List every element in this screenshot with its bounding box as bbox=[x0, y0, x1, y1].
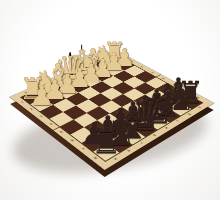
rank-label-left-6: 6 bbox=[70, 139, 75, 142]
rank-label-left-4: 4 bbox=[49, 123, 54, 126]
rank-label-right-4: 4 bbox=[151, 72, 155, 74]
piece-white-pawn: ♟ bbox=[29, 83, 54, 110]
chess-set-photo: aabbccddeeffgghh1122334455667788 ♜♞♝♛♚♝♞… bbox=[0, 0, 220, 200]
rank-label-left-3: 3 bbox=[39, 115, 44, 118]
piece-black-rook: ♜ bbox=[91, 125, 122, 159]
rank-label-left-5: 5 bbox=[59, 131, 64, 134]
rank-label-right-3: 3 bbox=[140, 66, 144, 68]
